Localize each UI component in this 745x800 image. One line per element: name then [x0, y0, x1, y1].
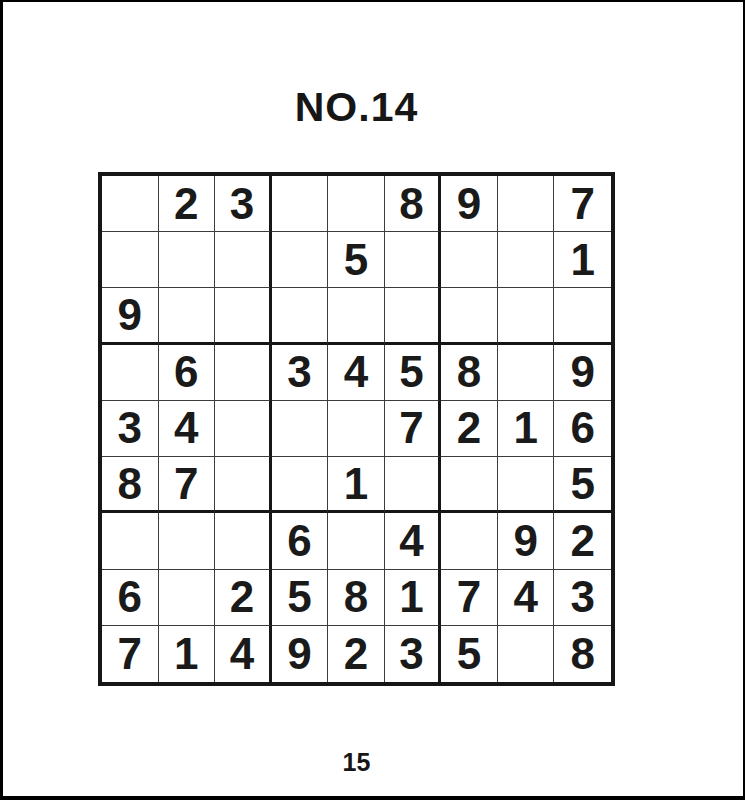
- cell-r1c1: [102, 176, 159, 232]
- cell-r1c2: 2: [159, 176, 216, 232]
- cell-r7c4: 6: [272, 513, 329, 569]
- cell-r7c6: 4: [385, 513, 442, 569]
- cell-r6c4: [272, 457, 329, 513]
- cell-r6c8: [498, 457, 555, 513]
- cell-r4c4: 3: [272, 345, 329, 401]
- cell-r8c9: 3: [554, 570, 611, 626]
- cell-r7c1: [102, 513, 159, 569]
- cell-r6c6: [385, 457, 442, 513]
- cell-r9c1: 7: [102, 626, 159, 682]
- cell-r3c6: [385, 288, 442, 344]
- cell-r4c8: [498, 345, 555, 401]
- cell-r3c8: [498, 288, 555, 344]
- cell-r7c3: [215, 513, 272, 569]
- cell-r1c5: [328, 176, 385, 232]
- cell-r5c9: 6: [554, 401, 611, 457]
- puzzle-title: NO.14: [98, 84, 615, 131]
- cell-r1c3: 3: [215, 176, 272, 232]
- cell-r5c5: [328, 401, 385, 457]
- cell-r8c5: 8: [328, 570, 385, 626]
- cell-r8c2: [159, 570, 216, 626]
- cell-r8c7: 7: [441, 570, 498, 626]
- cell-r1c7: 9: [441, 176, 498, 232]
- cell-r1c6: 8: [385, 176, 442, 232]
- cell-r4c2: 6: [159, 345, 216, 401]
- cell-r3c2: [159, 288, 216, 344]
- cell-r9c4: 9: [272, 626, 329, 682]
- sudoku-grid: 2389751963458934721687156492625817437149…: [98, 172, 615, 686]
- cell-r3c7: [441, 288, 498, 344]
- cell-r9c9: 8: [554, 626, 611, 682]
- cell-r9c8: [498, 626, 555, 682]
- cell-r5c1: 3: [102, 401, 159, 457]
- cell-r4c5: 4: [328, 345, 385, 401]
- cell-r6c5: 1: [328, 457, 385, 513]
- cell-r2c8: [498, 232, 555, 288]
- cell-r9c2: 1: [159, 626, 216, 682]
- cell-r2c2: [159, 232, 216, 288]
- cell-r9c6: 3: [385, 626, 442, 682]
- cell-r5c4: [272, 401, 329, 457]
- cell-r2c4: [272, 232, 329, 288]
- cell-r8c4: 5: [272, 570, 329, 626]
- cell-r2c6: [385, 232, 442, 288]
- cell-r6c3: [215, 457, 272, 513]
- cell-r8c3: 2: [215, 570, 272, 626]
- cell-r8c1: 6: [102, 570, 159, 626]
- cell-r7c2: [159, 513, 216, 569]
- cell-r7c5: [328, 513, 385, 569]
- cell-r9c5: 2: [328, 626, 385, 682]
- cell-r5c3: [215, 401, 272, 457]
- cell-r5c2: 4: [159, 401, 216, 457]
- cell-r3c4: [272, 288, 329, 344]
- cell-r5c6: 7: [385, 401, 442, 457]
- cell-r6c1: 8: [102, 457, 159, 513]
- cell-r2c9: 1: [554, 232, 611, 288]
- page-number: 15: [98, 748, 615, 777]
- cell-r6c7: [441, 457, 498, 513]
- cell-r9c3: 4: [215, 626, 272, 682]
- cell-r9c7: 5: [441, 626, 498, 682]
- cell-r3c3: [215, 288, 272, 344]
- cell-r2c1: [102, 232, 159, 288]
- scanned-book-page: NO.14 2389751963458934721687156492625817…: [0, 0, 745, 800]
- cell-r6c2: 7: [159, 457, 216, 513]
- cell-r8c8: 4: [498, 570, 555, 626]
- cell-r4c1: [102, 345, 159, 401]
- cell-r3c9: [554, 288, 611, 344]
- cell-r3c1: 9: [102, 288, 159, 344]
- cell-r5c7: 2: [441, 401, 498, 457]
- cell-r6c9: 5: [554, 457, 611, 513]
- cell-r1c8: [498, 176, 555, 232]
- cell-r8c6: 1: [385, 570, 442, 626]
- cell-r1c4: [272, 176, 329, 232]
- cell-r7c8: 9: [498, 513, 555, 569]
- cell-r2c5: 5: [328, 232, 385, 288]
- cell-r7c9: 2: [554, 513, 611, 569]
- cell-r4c9: 9: [554, 345, 611, 401]
- cell-r1c9: 7: [554, 176, 611, 232]
- cell-r4c6: 5: [385, 345, 442, 401]
- cell-r2c3: [215, 232, 272, 288]
- cell-r4c3: [215, 345, 272, 401]
- cell-r4c7: 8: [441, 345, 498, 401]
- cell-r5c8: 1: [498, 401, 555, 457]
- cell-r7c7: [441, 513, 498, 569]
- cell-r3c5: [328, 288, 385, 344]
- cell-r2c7: [441, 232, 498, 288]
